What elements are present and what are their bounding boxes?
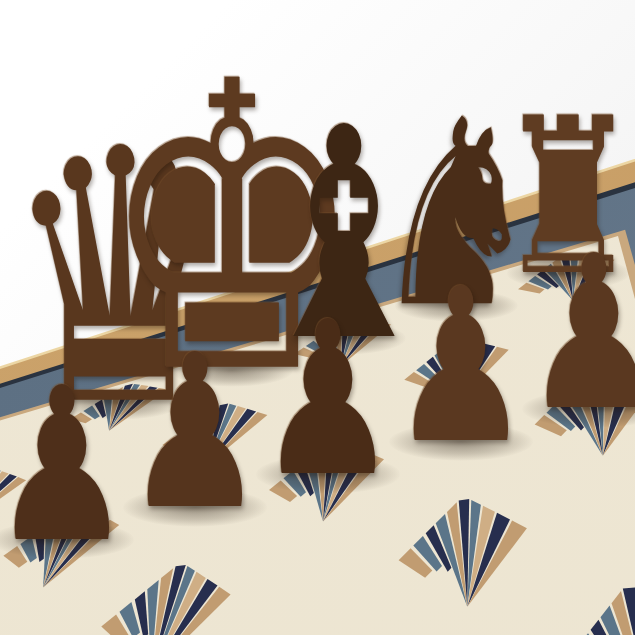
chess-set-photo: ♛♚♝♞♜♟♟♟♟♟ [0,0,635,635]
piece-pawn-h6[interactable]: ♟ [524,229,635,441]
piece-pawn-g6[interactable]: ♟ [391,262,532,474]
piece-pawn-d6[interactable]: ♟ [0,360,132,572]
piece-pawn-e6[interactable]: ♟ [125,327,266,539]
piece-pawn-f6[interactable]: ♟ [258,294,399,506]
